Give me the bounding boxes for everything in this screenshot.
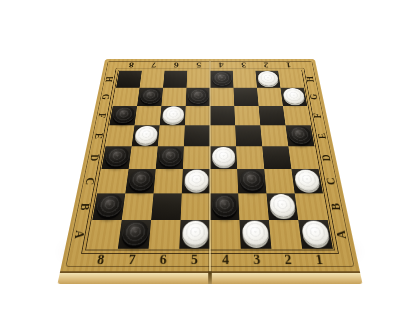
square-a7 bbox=[118, 220, 151, 249]
square-b7 bbox=[122, 193, 154, 220]
fold-gap bbox=[208, 271, 212, 284]
coord-top-4: 4 bbox=[210, 59, 233, 71]
coord-right-b-text: B bbox=[329, 203, 342, 210]
board-photo: 8765432187654321HGFEDCBAHGFEDCBA bbox=[0, 0, 416, 312]
square-f2 bbox=[259, 106, 286, 126]
square-h5 bbox=[187, 71, 210, 88]
square-h3 bbox=[233, 71, 257, 88]
coord-top-3: 3 bbox=[232, 59, 255, 71]
square-h6 bbox=[163, 71, 187, 88]
coord-top-3-text: 3 bbox=[241, 61, 246, 68]
coord-left-h-text: H bbox=[104, 76, 115, 82]
coord-top-5-text: 5 bbox=[196, 61, 201, 68]
coord-right-g: G bbox=[304, 88, 325, 106]
square-g1 bbox=[280, 88, 307, 106]
square-h1 bbox=[278, 71, 304, 88]
coord-bottom-7-text: 7 bbox=[128, 253, 136, 267]
coord-top-7-text: 7 bbox=[151, 61, 157, 68]
coord-left-a-text: A bbox=[72, 230, 86, 239]
coord-right-c-text: C bbox=[324, 177, 337, 184]
square-a6 bbox=[149, 220, 181, 249]
square-d4 bbox=[210, 146, 237, 169]
checker-black bbox=[212, 71, 232, 86]
square-c4 bbox=[210, 169, 238, 193]
square-d3 bbox=[236, 146, 264, 169]
checker-black bbox=[187, 88, 208, 104]
coord-right-e-text: E bbox=[316, 133, 328, 139]
checker-white bbox=[293, 170, 320, 191]
coord-right-a: A bbox=[328, 220, 355, 249]
checker-black bbox=[111, 106, 135, 123]
square-g8 bbox=[113, 88, 140, 106]
coord-right-h-text: H bbox=[305, 76, 316, 82]
coord-left-c-text: C bbox=[83, 177, 96, 184]
checker-black bbox=[239, 170, 264, 191]
checker-white bbox=[282, 88, 305, 104]
square-c2 bbox=[264, 169, 294, 193]
coord-top-5: 5 bbox=[187, 59, 210, 71]
checker-black bbox=[104, 147, 130, 166]
checker-white bbox=[242, 221, 270, 246]
coord-bottom-3: 3 bbox=[241, 249, 274, 271]
checker-black bbox=[128, 170, 154, 191]
checker-white bbox=[184, 170, 208, 191]
coord-left-f-text: F bbox=[96, 113, 107, 118]
square-f3 bbox=[234, 106, 260, 126]
coord-top-7: 7 bbox=[142, 59, 166, 71]
coord-right-g-text: G bbox=[309, 94, 320, 100]
square-e6 bbox=[158, 125, 185, 146]
square-d7 bbox=[129, 146, 158, 169]
square-g7 bbox=[137, 88, 163, 106]
square-c7 bbox=[125, 169, 155, 193]
coord-right-a-text: A bbox=[334, 230, 348, 239]
square-b2 bbox=[266, 193, 298, 220]
square-f5 bbox=[185, 106, 210, 126]
checker-black bbox=[120, 221, 149, 246]
coord-left-g: G bbox=[95, 88, 116, 106]
square-f4 bbox=[210, 106, 235, 126]
square-a8 bbox=[87, 220, 122, 249]
square-e1 bbox=[286, 125, 315, 146]
coord-right-d: D bbox=[314, 146, 338, 169]
checker-white bbox=[182, 221, 208, 246]
coord-right-b: B bbox=[323, 193, 349, 220]
square-e4 bbox=[210, 125, 236, 146]
coord-top-1-text: 1 bbox=[286, 61, 292, 68]
coord-bottom-4-text: 4 bbox=[222, 253, 229, 267]
board-scene: 8765432187654321HGFEDCBAHGFEDCBA bbox=[58, 59, 362, 282]
coord-right-e: E bbox=[311, 125, 334, 146]
square-g6 bbox=[161, 88, 186, 106]
square-b4 bbox=[210, 193, 239, 220]
square-c8 bbox=[97, 169, 129, 193]
coord-bottom-7: 7 bbox=[115, 249, 149, 271]
square-a5 bbox=[179, 220, 210, 249]
square-d8 bbox=[101, 146, 131, 169]
fold-seam bbox=[209, 61, 211, 271]
square-e2 bbox=[260, 125, 288, 146]
checker-white bbox=[212, 147, 235, 166]
coord-right-h: H bbox=[301, 71, 321, 88]
square-f8 bbox=[109, 106, 137, 126]
coord-right-c: C bbox=[319, 169, 344, 193]
square-d5 bbox=[183, 146, 210, 169]
checker-white bbox=[257, 71, 279, 86]
coord-top-2-text: 2 bbox=[263, 61, 269, 68]
coord-bottom-1: 1 bbox=[302, 249, 337, 271]
square-a2 bbox=[269, 220, 302, 249]
square-h8 bbox=[116, 71, 142, 88]
square-g4 bbox=[210, 88, 234, 106]
coord-top-2: 2 bbox=[254, 59, 278, 71]
coord-bottom-4: 4 bbox=[210, 249, 242, 271]
coord-right-d-text: D bbox=[320, 154, 332, 161]
coord-left-b-text: B bbox=[78, 203, 91, 210]
coord-top-6: 6 bbox=[165, 59, 188, 71]
checker-white bbox=[268, 194, 295, 217]
coord-bottom-6: 6 bbox=[147, 249, 180, 271]
square-g5 bbox=[186, 88, 210, 106]
checker-black bbox=[158, 147, 182, 166]
checker-black bbox=[212, 194, 237, 217]
square-e7 bbox=[132, 125, 160, 146]
checker-black bbox=[95, 194, 123, 217]
square-a4 bbox=[210, 220, 241, 249]
coord-right-f-text: F bbox=[312, 113, 323, 118]
square-d2 bbox=[262, 146, 291, 169]
square-h4 bbox=[210, 71, 233, 88]
coord-bottom-6-text: 6 bbox=[159, 253, 167, 267]
square-h2 bbox=[255, 71, 280, 88]
checker-black bbox=[139, 88, 161, 104]
coord-left-d: D bbox=[82, 146, 106, 169]
square-e8 bbox=[106, 125, 135, 146]
square-c1 bbox=[291, 169, 323, 193]
square-g2 bbox=[257, 88, 283, 106]
checker-white bbox=[134, 126, 158, 144]
square-g3 bbox=[233, 88, 258, 106]
coord-left-g-text: G bbox=[100, 94, 111, 100]
coord-bottom-1-text: 1 bbox=[315, 253, 324, 267]
coord-top-8-text: 8 bbox=[128, 61, 134, 68]
coord-bottom-8-text: 8 bbox=[96, 253, 105, 267]
square-b5 bbox=[181, 193, 210, 220]
coord-bottom-2-text: 2 bbox=[284, 253, 292, 267]
square-b6 bbox=[151, 193, 182, 220]
square-e5 bbox=[184, 125, 210, 146]
board-front-edge bbox=[57, 271, 362, 284]
coord-bottom-3-text: 3 bbox=[253, 253, 261, 267]
coord-left-f: F bbox=[91, 106, 113, 126]
board-surface: 8765432187654321HGFEDCBAHGFEDCBA bbox=[60, 59, 360, 271]
coord-bottom-5-text: 5 bbox=[191, 253, 198, 267]
square-f6 bbox=[160, 106, 186, 126]
coord-top-6-text: 6 bbox=[174, 61, 179, 68]
square-c5 bbox=[182, 169, 210, 193]
coord-left-e-text: E bbox=[92, 133, 104, 139]
coord-top-8: 8 bbox=[119, 59, 143, 71]
coord-bottom-5: 5 bbox=[178, 249, 210, 271]
square-c3 bbox=[237, 169, 266, 193]
checker-white bbox=[300, 221, 330, 246]
coord-left-d-text: D bbox=[88, 154, 100, 161]
coord-left-h: H bbox=[99, 71, 119, 88]
square-a3 bbox=[239, 220, 271, 249]
checker-white bbox=[162, 106, 184, 123]
square-d1 bbox=[288, 146, 318, 169]
square-d6 bbox=[156, 146, 184, 169]
coord-bottom-8: 8 bbox=[83, 249, 118, 271]
square-b8 bbox=[92, 193, 125, 220]
square-f7 bbox=[134, 106, 161, 126]
coord-bottom-2: 2 bbox=[271, 249, 305, 271]
coord-top-1: 1 bbox=[277, 59, 301, 71]
checker-black bbox=[287, 126, 312, 144]
square-f1 bbox=[283, 106, 311, 126]
coord-top-4-text: 4 bbox=[219, 61, 224, 68]
square-h7 bbox=[140, 71, 165, 88]
square-e3 bbox=[235, 125, 262, 146]
coord-left-e: E bbox=[87, 125, 110, 146]
square-c6 bbox=[154, 169, 183, 193]
square-b3 bbox=[238, 193, 269, 220]
coord-right-f: F bbox=[307, 106, 329, 126]
